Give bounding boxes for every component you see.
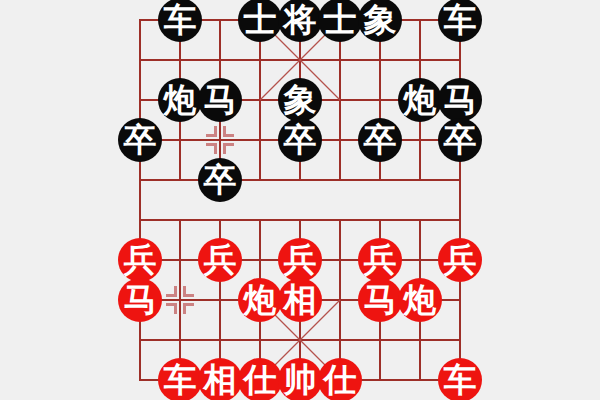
red-chariot[interactable]: 车 <box>158 358 202 400</box>
black-chariot[interactable]: 车 <box>158 0 202 42</box>
black-cannon[interactable]: 炮 <box>158 78 202 122</box>
black-horse[interactable]: 马 <box>198 78 242 122</box>
red-elephant[interactable]: 相 <box>278 278 322 322</box>
black-advisor[interactable]: 士 <box>318 0 362 42</box>
red-soldier[interactable]: 兵 <box>438 238 482 282</box>
black-elephant[interactable]: 象 <box>358 0 402 42</box>
black-soldier[interactable]: 卒 <box>358 118 402 162</box>
black-advisor[interactable]: 士 <box>238 0 282 42</box>
red-soldier[interactable]: 兵 <box>118 238 162 282</box>
black-soldier[interactable]: 卒 <box>278 118 322 162</box>
red-soldier[interactable]: 兵 <box>278 238 322 282</box>
black-chariot[interactable]: 车 <box>438 0 482 42</box>
red-elephant[interactable]: 相 <box>198 358 242 400</box>
red-soldier[interactable]: 兵 <box>358 238 402 282</box>
black-elephant[interactable]: 象 <box>278 78 322 122</box>
black-soldier[interactable]: 卒 <box>198 158 242 202</box>
xiangqi-board[interactable]: 车士将士象车炮马象炮马卒卒卒卒卒兵兵兵兵兵马炮相马炮车相仕帅仕车 <box>0 0 600 400</box>
red-general[interactable]: 帅 <box>278 358 322 400</box>
red-chariot[interactable]: 车 <box>438 358 482 400</box>
black-soldier[interactable]: 卒 <box>438 118 482 162</box>
black-cannon[interactable]: 炮 <box>398 78 442 122</box>
red-horse[interactable]: 马 <box>118 278 162 322</box>
black-general[interactable]: 将 <box>278 0 322 42</box>
red-soldier[interactable]: 兵 <box>198 238 242 282</box>
red-horse[interactable]: 马 <box>358 278 402 322</box>
red-cannon[interactable]: 炮 <box>238 278 282 322</box>
red-advisor[interactable]: 仕 <box>318 358 362 400</box>
red-cannon[interactable]: 炮 <box>398 278 442 322</box>
red-advisor[interactable]: 仕 <box>238 358 282 400</box>
black-horse[interactable]: 马 <box>438 78 482 122</box>
xiangqi-board-screen: 车士将士象车炮马象炮马卒卒卒卒卒兵兵兵兵兵马炮相马炮车相仕帅仕车 <box>0 0 600 400</box>
black-soldier[interactable]: 卒 <box>118 118 162 162</box>
